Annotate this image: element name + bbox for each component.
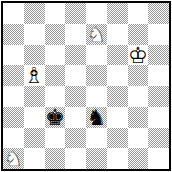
square-c3: ♚: [45, 107, 66, 128]
square-d1: [65, 148, 86, 169]
square-f2: [107, 128, 128, 149]
square-e1: [86, 148, 107, 169]
square-f3: [107, 107, 128, 128]
square-g3: [128, 107, 149, 128]
white-bishop: ♝♗: [24, 65, 45, 86]
square-a8: [3, 3, 24, 24]
square-h4: [148, 86, 169, 107]
black-king: ♚: [45, 107, 66, 128]
square-g8: [128, 3, 149, 24]
square-c8: [45, 3, 66, 24]
square-g6: ♚♔: [128, 45, 149, 66]
square-b6: [24, 45, 45, 66]
square-b3: [24, 107, 45, 128]
square-c4: [45, 86, 66, 107]
square-b8: [24, 3, 45, 24]
square-h5: [148, 65, 169, 86]
square-a7: [3, 24, 24, 45]
square-h3: [148, 107, 169, 128]
square-f5: [107, 65, 128, 86]
square-a2: [3, 128, 24, 149]
square-a6: [3, 45, 24, 66]
square-d5: [65, 65, 86, 86]
square-e3: ♞: [86, 107, 107, 128]
square-f1: [107, 148, 128, 169]
square-b5: ♝♗: [24, 65, 45, 86]
square-h7: [148, 24, 169, 45]
square-d6: [65, 45, 86, 66]
black-knight-glyph: ♞: [87, 107, 107, 128]
white-bishop-glyph: ♗: [24, 65, 44, 86]
white-knight-glyph: ♘: [4, 148, 24, 169]
diagram-frame: ♞♘♚♔♝♗♚♞♞♘: [0, 0, 172, 172]
square-h6: [148, 45, 169, 66]
black-knight: ♞: [86, 107, 107, 128]
square-b4: [24, 86, 45, 107]
square-a1: ♞♘: [3, 148, 24, 169]
square-e8: [86, 3, 107, 24]
square-f6: [107, 45, 128, 66]
square-g4: [128, 86, 149, 107]
chess-board: ♞♘♚♔♝♗♚♞♞♘: [1, 1, 171, 171]
square-e7: ♞♘: [86, 24, 107, 45]
square-f7: [107, 24, 128, 45]
square-e2: [86, 128, 107, 149]
square-f8: [107, 3, 128, 24]
square-d8: [65, 3, 86, 24]
square-g1: [128, 148, 149, 169]
square-e4: [86, 86, 107, 107]
white-knight: ♞♘: [3, 148, 24, 169]
square-e5: [86, 65, 107, 86]
square-c5: [45, 65, 66, 86]
black-king-glyph: ♚: [45, 107, 65, 128]
square-h8: [148, 3, 169, 24]
square-g2: [128, 128, 149, 149]
square-a3: [3, 107, 24, 128]
square-c1: [45, 148, 66, 169]
white-king-glyph: ♔: [128, 45, 148, 66]
square-d2: [65, 128, 86, 149]
square-d3: [65, 107, 86, 128]
square-d4: [65, 86, 86, 107]
white-knight: ♞♘: [86, 24, 107, 45]
square-e6: [86, 45, 107, 66]
square-c6: [45, 45, 66, 66]
square-h1: [148, 148, 169, 169]
square-b2: [24, 128, 45, 149]
square-g7: [128, 24, 149, 45]
square-b1: [24, 148, 45, 169]
square-c7: [45, 24, 66, 45]
square-a4: [3, 86, 24, 107]
square-h2: [148, 128, 169, 149]
white-king: ♚♔: [128, 45, 149, 66]
white-knight-glyph: ♘: [87, 24, 107, 45]
square-f4: [107, 86, 128, 107]
square-d7: [65, 24, 86, 45]
square-a5: [3, 65, 24, 86]
square-b7: [24, 24, 45, 45]
square-g5: [128, 65, 149, 86]
square-c2: [45, 128, 66, 149]
